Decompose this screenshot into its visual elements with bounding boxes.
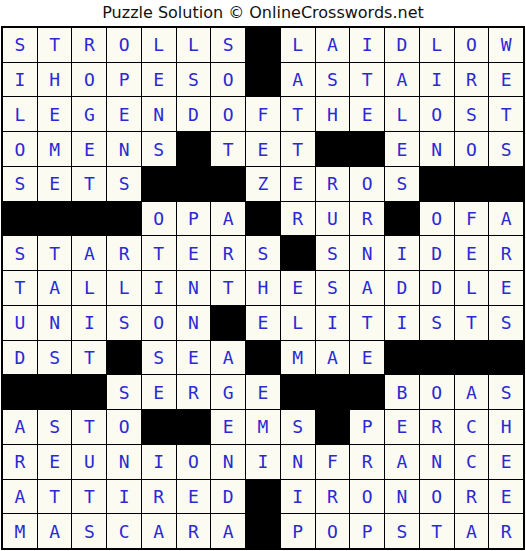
black-cell-r1c8 (246, 28, 280, 62)
cell-r10c7: A (211, 341, 245, 375)
cell-r7c15: R (489, 236, 523, 270)
black-cell-r5c14 (455, 167, 489, 201)
cell-r1c10: A (316, 28, 350, 62)
black-cell-r11c2 (38, 375, 72, 409)
cell-r6c5: O (142, 202, 176, 236)
cell-r5c8: Z (246, 167, 280, 201)
cell-r15c3: S (72, 514, 106, 548)
cell-r10c10: A (316, 341, 350, 375)
cell-r2c10: S (316, 63, 350, 97)
cell-r10c2: S (38, 341, 72, 375)
cell-r11c7: G (211, 375, 245, 409)
black-cell-r12c10 (316, 410, 350, 444)
cell-r8c2: A (38, 271, 72, 305)
black-cell-r11c3 (72, 375, 106, 409)
cell-r1c12: D (385, 28, 419, 62)
cell-r13c14: C (455, 445, 489, 479)
cell-r14c14: R (455, 480, 489, 514)
cell-r1c15: W (489, 28, 523, 62)
cell-r15c11: P (350, 514, 384, 548)
cell-r9c5: O (142, 306, 176, 340)
cell-r2c5: E (142, 63, 176, 97)
cell-r2c1: I (3, 63, 37, 97)
cell-r2c15: E (489, 63, 523, 97)
cell-r8c4: L (107, 271, 141, 305)
cell-r13c2: E (38, 445, 72, 479)
black-cell-r11c9 (281, 375, 315, 409)
cell-r12c13: R (420, 410, 454, 444)
cell-r7c4: R (107, 236, 141, 270)
cell-r3c13: O (420, 97, 454, 131)
cell-r15c14: A (455, 514, 489, 548)
cell-r13c8: I (246, 445, 280, 479)
black-cell-r11c1 (3, 375, 37, 409)
cell-r1c5: L (142, 28, 176, 62)
cell-r8c7: T (211, 271, 245, 305)
cell-r13c15: E (489, 445, 523, 479)
cell-r9c8: E (246, 306, 280, 340)
cell-r15c15: R (489, 514, 523, 548)
cell-r2c14: R (455, 63, 489, 97)
cell-r13c4: N (107, 445, 141, 479)
cell-r5c11: O (350, 167, 384, 201)
cell-r7c10: S (316, 236, 350, 270)
black-cell-r15c8 (246, 514, 280, 548)
cell-r3c14: S (455, 97, 489, 131)
cell-r9c4: S (107, 306, 141, 340)
black-cell-r14c8 (246, 480, 280, 514)
cell-r12c3: T (72, 410, 106, 444)
cell-r12c9: S (281, 410, 315, 444)
black-cell-r6c3 (72, 202, 106, 236)
cell-r3c11: E (350, 97, 384, 131)
cell-r3c9: T (281, 97, 315, 131)
cell-r14c7: D (211, 480, 245, 514)
cell-r12c7: E (211, 410, 245, 444)
cell-r7c6: E (177, 236, 211, 270)
black-cell-r12c5 (142, 410, 176, 444)
cell-r5c4: S (107, 167, 141, 201)
cell-r10c11: E (350, 341, 384, 375)
cell-r9c13: S (420, 306, 454, 340)
cell-r15c6: R (177, 514, 211, 548)
cell-r12c12: E (385, 410, 419, 444)
cell-r4c14: O (455, 132, 489, 166)
cell-r1c13: L (420, 28, 454, 62)
cell-r3c7: O (211, 97, 245, 131)
cell-r15c7: A (211, 514, 245, 548)
black-cell-r10c8 (246, 341, 280, 375)
cell-r8c6: N (177, 271, 211, 305)
cell-r13c5: I (142, 445, 176, 479)
cell-r9c15: S (489, 306, 523, 340)
cell-r1c7: S (211, 28, 245, 62)
cell-r8c5: I (142, 271, 176, 305)
cell-r8c1: T (3, 271, 37, 305)
cell-r11c8: E (246, 375, 280, 409)
cell-r6c7: A (211, 202, 245, 236)
cell-r9c3: I (72, 306, 106, 340)
cell-r9c14: T (455, 306, 489, 340)
cell-r1c6: L (177, 28, 211, 62)
cell-r9c12: I (385, 306, 419, 340)
cell-r7c14: E (455, 236, 489, 270)
cell-r6c10: U (316, 202, 350, 236)
cell-r10c5: S (142, 341, 176, 375)
cell-r4c2: M (38, 132, 72, 166)
cell-r10c6: E (177, 341, 211, 375)
cell-r1c14: O (455, 28, 489, 62)
cell-r2c2: H (38, 63, 72, 97)
cell-r14c9: I (281, 480, 315, 514)
cell-r2c4: P (107, 63, 141, 97)
cell-r3c1: L (3, 97, 37, 131)
cell-r7c1: S (3, 236, 37, 270)
cell-r14c13: O (420, 480, 454, 514)
black-cell-r10c12 (385, 341, 419, 375)
cell-r2c13: I (420, 63, 454, 97)
cell-r14c3: T (72, 480, 106, 514)
cell-r1c3: R (72, 28, 106, 62)
cell-r8c3: L (72, 271, 106, 305)
cell-r15c4: C (107, 514, 141, 548)
cell-r7c7: R (211, 236, 245, 270)
cell-r13c7: N (211, 445, 245, 479)
cell-r8c14: L (455, 271, 489, 305)
black-cell-r7c9 (281, 236, 315, 270)
cell-r3c8: F (246, 97, 280, 131)
cell-r3c10: H (316, 97, 350, 131)
cell-r12c1: A (3, 410, 37, 444)
cell-r10c1: D (3, 341, 37, 375)
cell-r13c6: O (177, 445, 211, 479)
cell-r11c4: S (107, 375, 141, 409)
cell-r1c11: I (350, 28, 384, 62)
cell-r7c8: S (246, 236, 280, 270)
cell-r11c13: O (420, 375, 454, 409)
black-cell-r9c7 (211, 306, 245, 340)
cell-r5c2: E (38, 167, 72, 201)
cell-r14c15: E (489, 480, 523, 514)
cell-r14c4: I (107, 480, 141, 514)
cell-r2c12: A (385, 63, 419, 97)
cell-r14c5: R (142, 480, 176, 514)
cell-r3c3: G (72, 97, 106, 131)
cell-r4c4: N (107, 132, 141, 166)
cell-r12c11: P (350, 410, 384, 444)
cell-r10c3: T (72, 341, 106, 375)
black-cell-r6c8 (246, 202, 280, 236)
cell-r2c6: S (177, 63, 211, 97)
cell-r3c5: N (142, 97, 176, 131)
cell-r5c9: E (281, 167, 315, 201)
cell-r7c13: D (420, 236, 454, 270)
cell-r12c15: H (489, 410, 523, 444)
cell-r15c1: M (3, 514, 37, 548)
cell-r12c8: M (246, 410, 280, 444)
cell-r7c2: T (38, 236, 72, 270)
cell-r15c10: O (316, 514, 350, 548)
crossword-grid: STROLLSLAIDLOWIHOPESOASTAIRELEGENDOFTHEL… (1, 26, 525, 550)
cell-r14c2: T (38, 480, 72, 514)
cell-r3c6: D (177, 97, 211, 131)
black-cell-r5c15 (489, 167, 523, 201)
cell-r15c13: T (420, 514, 454, 548)
cell-r15c9: P (281, 514, 315, 548)
cell-r8c8: H (246, 271, 280, 305)
black-cell-r10c15 (489, 341, 523, 375)
cell-r7c5: T (142, 236, 176, 270)
cell-r14c10: R (316, 480, 350, 514)
cell-r13c11: R (350, 445, 384, 479)
black-cell-r6c2 (38, 202, 72, 236)
cell-r13c10: F (316, 445, 350, 479)
cell-r4c12: E (385, 132, 419, 166)
cell-r13c12: A (385, 445, 419, 479)
cell-r11c6: R (177, 375, 211, 409)
cell-r13c13: N (420, 445, 454, 479)
cell-r2c11: T (350, 63, 384, 97)
black-cell-r11c11 (350, 375, 384, 409)
cell-r4c7: T (211, 132, 245, 166)
cell-r1c1: S (3, 28, 37, 62)
black-cell-r4c10 (316, 132, 350, 166)
cell-r15c2: A (38, 514, 72, 548)
cell-r1c9: L (281, 28, 315, 62)
black-cell-r4c6 (177, 132, 211, 166)
page-title: Puzzle Solution © OnlineCrosswords.net (0, 0, 526, 26)
black-cell-r5c7 (211, 167, 245, 201)
cell-r2c7: O (211, 63, 245, 97)
cell-r15c5: A (142, 514, 176, 548)
cell-r11c12: B (385, 375, 419, 409)
cell-r11c14: A (455, 375, 489, 409)
cell-r5c10: R (316, 167, 350, 201)
cell-r11c15: S (489, 375, 523, 409)
cell-r8c11: A (350, 271, 384, 305)
cell-r7c11: N (350, 236, 384, 270)
cell-r5c1: S (3, 167, 37, 201)
cell-r14c6: E (177, 480, 211, 514)
cell-r4c15: S (489, 132, 523, 166)
cell-r12c14: C (455, 410, 489, 444)
cell-r13c9: N (281, 445, 315, 479)
cell-r4c5: S (142, 132, 176, 166)
cell-r11c5: E (142, 375, 176, 409)
cell-r8c10: S (316, 271, 350, 305)
cell-r13c1: R (3, 445, 37, 479)
black-cell-r4c11 (350, 132, 384, 166)
cell-r4c1: O (3, 132, 37, 166)
cell-r7c3: A (72, 236, 106, 270)
black-cell-r6c4 (107, 202, 141, 236)
cell-r12c2: S (38, 410, 72, 444)
cell-r3c4: E (107, 97, 141, 131)
black-cell-r5c6 (177, 167, 211, 201)
cell-r4c9: T (281, 132, 315, 166)
cell-r5c3: T (72, 167, 106, 201)
cell-r14c1: A (3, 480, 37, 514)
cell-r8c15: E (489, 271, 523, 305)
cell-r6c6: P (177, 202, 211, 236)
cell-r3c2: E (38, 97, 72, 131)
cell-r5c12: S (385, 167, 419, 201)
black-cell-r11c10 (316, 375, 350, 409)
cell-r9c1: U (3, 306, 37, 340)
black-cell-r2c8 (246, 63, 280, 97)
cell-r4c13: N (420, 132, 454, 166)
cell-r8c12: D (385, 271, 419, 305)
cell-r1c2: T (38, 28, 72, 62)
cell-r1c4: O (107, 28, 141, 62)
cell-r4c8: E (246, 132, 280, 166)
cell-r7c12: I (385, 236, 419, 270)
cell-r14c12: N (385, 480, 419, 514)
cell-r2c3: O (72, 63, 106, 97)
black-cell-r12c6 (177, 410, 211, 444)
cell-r10c9: M (281, 341, 315, 375)
cell-r9c9: L (281, 306, 315, 340)
cell-r12c4: O (107, 410, 141, 444)
cell-r4c3: E (72, 132, 106, 166)
cell-r9c10: I (316, 306, 350, 340)
black-cell-r10c4 (107, 341, 141, 375)
cell-r9c6: N (177, 306, 211, 340)
cell-r6c13: O (420, 202, 454, 236)
cell-r8c13: D (420, 271, 454, 305)
cell-r2c9: A (281, 63, 315, 97)
cell-r9c11: T (350, 306, 384, 340)
cell-r6c14: F (455, 202, 489, 236)
cell-r14c11: O (350, 480, 384, 514)
black-cell-r10c14 (455, 341, 489, 375)
cell-r15c12: S (385, 514, 419, 548)
cell-r6c9: R (281, 202, 315, 236)
black-cell-r6c1 (3, 202, 37, 236)
black-cell-r5c13 (420, 167, 454, 201)
cell-r3c12: L (385, 97, 419, 131)
cell-r3c15: T (489, 97, 523, 131)
cell-r13c3: U (72, 445, 106, 479)
black-cell-r6c12 (385, 202, 419, 236)
cell-r8c9: E (281, 271, 315, 305)
black-cell-r5c5 (142, 167, 176, 201)
cell-r6c11: R (350, 202, 384, 236)
cell-r9c2: N (38, 306, 72, 340)
black-cell-r10c13 (420, 341, 454, 375)
cell-r6c15: A (489, 202, 523, 236)
